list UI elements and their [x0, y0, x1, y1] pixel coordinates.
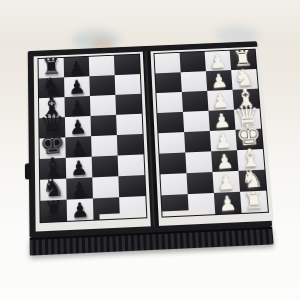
square-e3[interactable] — [184, 131, 211, 153]
square-c5[interactable] — [115, 94, 141, 115]
square-g7[interactable]: ♟ — [66, 177, 93, 199]
chess-board: ♜♟♞♟♝♟♛♟♚♟♝♟♞♟♜♟ ♟♜♟♞♟♝♟♛♟♚♟♝♟♞♟♜ — [28, 41, 274, 255]
square-b7[interactable]: ♟ — [64, 76, 90, 97]
square-a3[interactable] — [180, 52, 206, 73]
square-f3[interactable] — [185, 151, 212, 173]
square-f2[interactable]: ♟ — [211, 150, 238, 172]
square-a7[interactable]: ♟ — [64, 57, 90, 78]
square-g2[interactable]: ♟ — [212, 171, 240, 193]
checkerboard-right: ♟♜♟♞♟♝♟♛♟♚♟♝♟♞♟♜ — [154, 50, 267, 217]
square-g4[interactable] — [160, 173, 187, 195]
square-d4[interactable] — [157, 112, 184, 133]
square-c7[interactable]: ♟ — [64, 96, 90, 117]
piece-white-rook[interactable]: ♜ — [242, 188, 265, 213]
square-b2[interactable]: ♟ — [206, 70, 233, 91]
piece-black-pawn[interactable]: ♟ — [70, 199, 89, 221]
square-f7[interactable]: ♟ — [66, 157, 93, 179]
square-a4[interactable] — [154, 53, 180, 74]
square-e4[interactable] — [158, 132, 185, 154]
square-h8[interactable]: ♜ — [40, 200, 67, 222]
square-f4[interactable] — [159, 153, 186, 175]
square-h6[interactable] — [93, 197, 120, 219]
square-d6[interactable] — [91, 115, 117, 136]
square-f5[interactable] — [118, 154, 145, 176]
square-h1[interactable]: ♜ — [240, 191, 268, 213]
square-d2[interactable]: ♟ — [208, 110, 235, 131]
square-a5[interactable] — [114, 55, 140, 76]
board-half-right: ♟♜♟♞♟♝♟♛♟♚♟♝♟♞♟♜ — [150, 47, 273, 226]
board-half-left: ♜♟♞♟♝♟♛♟♚♟♝♟♞♟♜♟ — [34, 52, 151, 232]
square-g6[interactable] — [92, 176, 119, 198]
square-d5[interactable] — [116, 114, 142, 135]
square-c6[interactable] — [90, 95, 116, 116]
square-c3[interactable] — [182, 91, 209, 112]
square-b4[interactable] — [155, 72, 181, 93]
square-h7[interactable]: ♟ — [67, 198, 94, 220]
square-h5[interactable] — [119, 196, 146, 218]
board-frame: ♜♟♞♟♝♟♛♟♚♟♝♟♞♟♜♟ ♟♜♟♞♟♝♟♛♟♚♟♝♟♞♟♜ — [28, 41, 272, 238]
square-e6[interactable] — [91, 135, 118, 157]
square-h2[interactable]: ♟ — [214, 192, 242, 214]
square-f6[interactable] — [92, 156, 119, 178]
photo-background: ♜♟♞♟♝♟♛♟♚♟♝♟♞♟♜♟ ♟♜♟♞♟♝♟♛♟♚♟♝♟♞♟♜ — [0, 0, 300, 300]
square-d7[interactable]: ♟ — [65, 116, 91, 137]
square-h4[interactable] — [161, 194, 188, 216]
square-a2[interactable]: ♟ — [205, 51, 231, 72]
square-h3[interactable] — [188, 193, 216, 215]
square-g5[interactable] — [118, 175, 145, 197]
square-e7[interactable]: ♟ — [65, 136, 91, 158]
piece-black-rook[interactable]: ♜ — [43, 197, 65, 222]
square-d3[interactable] — [183, 111, 210, 132]
clasp — [25, 163, 31, 179]
checkerboard-left: ♜♟♞♟♝♟♛♟♚♟♝♟♞♟♜♟ — [38, 55, 146, 223]
square-b5[interactable] — [115, 74, 141, 95]
square-e5[interactable] — [117, 134, 144, 156]
square-e2[interactable]: ♟ — [210, 130, 237, 152]
piece-white-pawn[interactable]: ♟ — [218, 193, 238, 215]
square-c4[interactable] — [156, 92, 183, 113]
square-g3[interactable] — [186, 172, 213, 194]
square-b6[interactable] — [89, 75, 115, 96]
square-c2[interactable]: ♟ — [207, 90, 234, 111]
square-b3[interactable] — [181, 71, 208, 92]
square-a6[interactable] — [89, 56, 115, 77]
